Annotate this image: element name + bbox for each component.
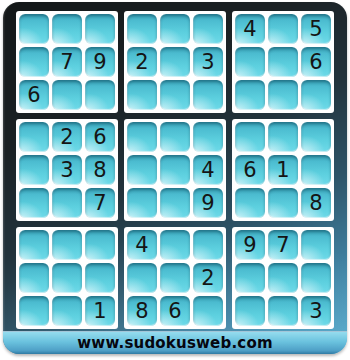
cell-r4c4[interactable] bbox=[127, 122, 157, 152]
cell-r9c4[interactable]: 8 bbox=[127, 296, 157, 326]
cell-r6c8[interactable] bbox=[268, 188, 298, 218]
cell-r2c8[interactable] bbox=[268, 47, 298, 77]
cell-r4c5[interactable] bbox=[160, 122, 190, 152]
cell-r7c8[interactable]: 7 bbox=[268, 230, 298, 260]
cell-r1c4[interactable] bbox=[127, 14, 157, 44]
cell-r3c2[interactable] bbox=[52, 80, 82, 110]
cell-r5c3[interactable]: 8 bbox=[85, 155, 115, 185]
board-panel: 79623456263874961814286973 www.sudokuswe… bbox=[3, 2, 347, 354]
cell-r5c9[interactable] bbox=[301, 155, 331, 185]
cell-r1c9[interactable]: 5 bbox=[301, 14, 331, 44]
cell-r9c7[interactable] bbox=[235, 296, 265, 326]
website-link[interactable]: www.sudokusweb.com bbox=[77, 334, 272, 352]
box-1: 796 bbox=[16, 11, 118, 113]
cell-r8c6[interactable]: 2 bbox=[193, 263, 223, 293]
box-3: 456 bbox=[232, 11, 334, 113]
sudoku-widget: 79623456263874961814286973 www.sudokuswe… bbox=[0, 0, 350, 360]
cell-r3c4[interactable] bbox=[127, 80, 157, 110]
cell-r2c9[interactable]: 6 bbox=[301, 47, 331, 77]
cell-r6c1[interactable] bbox=[19, 188, 49, 218]
cell-r2c5[interactable] bbox=[160, 47, 190, 77]
box-8: 4286 bbox=[124, 227, 226, 329]
cell-r9c6[interactable] bbox=[193, 296, 223, 326]
cell-r1c6[interactable] bbox=[193, 14, 223, 44]
cell-r8c2[interactable] bbox=[52, 263, 82, 293]
cell-r4c9[interactable] bbox=[301, 122, 331, 152]
sudoku-board: 79623456263874961814286973 bbox=[16, 11, 334, 329]
cell-r8c3[interactable] bbox=[85, 263, 115, 293]
cell-r8c4[interactable] bbox=[127, 263, 157, 293]
cell-r4c2[interactable]: 2 bbox=[52, 122, 82, 152]
footer-bar: www.sudokusweb.com bbox=[3, 331, 347, 354]
cell-r9c3[interactable]: 1 bbox=[85, 296, 115, 326]
cell-r1c2[interactable] bbox=[52, 14, 82, 44]
cell-r1c3[interactable] bbox=[85, 14, 115, 44]
cell-r3c6[interactable] bbox=[193, 80, 223, 110]
cell-r2c6[interactable]: 3 bbox=[193, 47, 223, 77]
box-7: 1 bbox=[16, 227, 118, 329]
cell-r1c1[interactable] bbox=[19, 14, 49, 44]
cell-r8c7[interactable] bbox=[235, 263, 265, 293]
cell-r9c8[interactable] bbox=[268, 296, 298, 326]
cell-r7c3[interactable] bbox=[85, 230, 115, 260]
cell-r6c4[interactable] bbox=[127, 188, 157, 218]
cell-r8c1[interactable] bbox=[19, 263, 49, 293]
cell-r3c3[interactable] bbox=[85, 80, 115, 110]
cell-r6c9[interactable]: 8 bbox=[301, 188, 331, 218]
cell-r2c4[interactable]: 2 bbox=[127, 47, 157, 77]
cell-r5c7[interactable]: 6 bbox=[235, 155, 265, 185]
cell-r5c4[interactable] bbox=[127, 155, 157, 185]
cell-r1c7[interactable]: 4 bbox=[235, 14, 265, 44]
cell-r8c9[interactable] bbox=[301, 263, 331, 293]
cell-r3c5[interactable] bbox=[160, 80, 190, 110]
cell-r2c2[interactable]: 7 bbox=[52, 47, 82, 77]
cell-r5c5[interactable] bbox=[160, 155, 190, 185]
cell-r2c3[interactable]: 9 bbox=[85, 47, 115, 77]
cell-r7c2[interactable] bbox=[52, 230, 82, 260]
cell-r8c8[interactable] bbox=[268, 263, 298, 293]
box-9: 973 bbox=[232, 227, 334, 329]
cell-r7c5[interactable] bbox=[160, 230, 190, 260]
cell-r4c8[interactable] bbox=[268, 122, 298, 152]
cell-r5c8[interactable]: 1 bbox=[268, 155, 298, 185]
cell-r7c7[interactable]: 9 bbox=[235, 230, 265, 260]
box-4: 26387 bbox=[16, 119, 118, 221]
cell-r5c1[interactable] bbox=[19, 155, 49, 185]
cell-r3c7[interactable] bbox=[235, 80, 265, 110]
cell-r4c3[interactable]: 6 bbox=[85, 122, 115, 152]
box-2: 23 bbox=[124, 11, 226, 113]
cell-r9c2[interactable] bbox=[52, 296, 82, 326]
cell-r7c6[interactable] bbox=[193, 230, 223, 260]
box-5: 49 bbox=[124, 119, 226, 221]
cell-r1c5[interactable] bbox=[160, 14, 190, 44]
cell-r6c5[interactable] bbox=[160, 188, 190, 218]
cell-r6c7[interactable] bbox=[235, 188, 265, 218]
cell-r2c7[interactable] bbox=[235, 47, 265, 77]
cell-r3c9[interactable] bbox=[301, 80, 331, 110]
cell-r8c5[interactable] bbox=[160, 263, 190, 293]
cell-r6c2[interactable] bbox=[52, 188, 82, 218]
cell-r9c9[interactable]: 3 bbox=[301, 296, 331, 326]
cell-r7c9[interactable] bbox=[301, 230, 331, 260]
box-6: 618 bbox=[232, 119, 334, 221]
cell-r4c6[interactable] bbox=[193, 122, 223, 152]
cell-r7c4[interactable]: 4 bbox=[127, 230, 157, 260]
cell-r3c8[interactable] bbox=[268, 80, 298, 110]
cell-r9c5[interactable]: 6 bbox=[160, 296, 190, 326]
cell-r9c1[interactable] bbox=[19, 296, 49, 326]
cell-r4c1[interactable] bbox=[19, 122, 49, 152]
cell-r3c1[interactable]: 6 bbox=[19, 80, 49, 110]
cell-r6c6[interactable]: 9 bbox=[193, 188, 223, 218]
cell-r6c3[interactable]: 7 bbox=[85, 188, 115, 218]
cell-r4c7[interactable] bbox=[235, 122, 265, 152]
cell-r5c2[interactable]: 3 bbox=[52, 155, 82, 185]
cell-r5c6[interactable]: 4 bbox=[193, 155, 223, 185]
cell-r1c8[interactable] bbox=[268, 14, 298, 44]
cell-r7c1[interactable] bbox=[19, 230, 49, 260]
cell-r2c1[interactable] bbox=[19, 47, 49, 77]
